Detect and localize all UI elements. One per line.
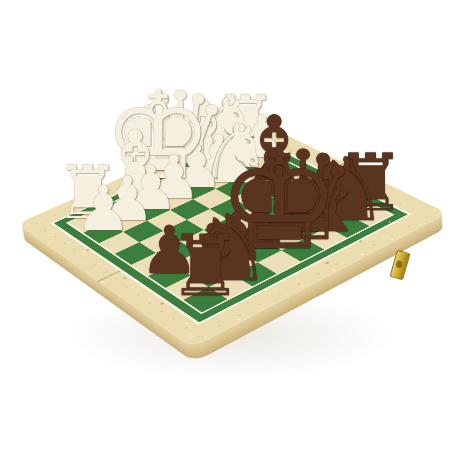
border-pin-hole	[160, 302, 165, 305]
product-photo-stage: ♜♞♝♛♚♝♜♞♟♟♟♟♟♟♟♟♜♞♝♛♚♞♜♝♟♟♟♟♟♟♟♟	[0, 0, 450, 450]
piece-white-pawn[interactable]: ♟	[76, 178, 132, 240]
border-pin-hole	[123, 277, 127, 279]
piece-brown-rook[interactable]: ♜	[168, 224, 243, 308]
